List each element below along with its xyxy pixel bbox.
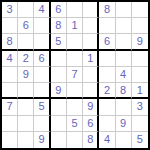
cell-r4c5[interactable] (67, 51, 83, 67)
cell-r6c9[interactable]: 1 (132, 83, 148, 99)
cell-r7c7[interactable] (99, 99, 115, 115)
given-digit: 9 (38, 134, 44, 145)
cell-r2c8[interactable] (116, 18, 132, 34)
given-digit: 6 (104, 36, 110, 47)
cell-r5c6[interactable] (83, 67, 99, 83)
cell-r8c6[interactable]: 6 (83, 116, 99, 132)
cell-r5c2[interactable]: 9 (18, 67, 34, 83)
cell-r8c7[interactable] (99, 116, 115, 132)
given-digit: 3 (7, 4, 13, 15)
given-digit: 3 (137, 101, 143, 112)
cell-r3c1[interactable]: 8 (2, 34, 18, 50)
cell-r8c2[interactable] (18, 116, 34, 132)
cell-r2c1[interactable] (2, 18, 18, 34)
given-digit: 6 (23, 20, 29, 31)
cell-r9c9[interactable]: 5 (132, 132, 148, 148)
cell-r6c5[interactable] (67, 83, 83, 99)
cell-r5c1[interactable] (2, 67, 18, 83)
cell-r6c7[interactable]: 2 (99, 83, 115, 99)
cell-r1c5[interactable] (67, 2, 83, 18)
given-digit: 8 (87, 134, 93, 145)
given-digit: 5 (55, 36, 61, 47)
given-digit: 8 (7, 36, 13, 47)
cell-r8c8[interactable]: 9 (116, 116, 132, 132)
cell-r4c2[interactable]: 2 (18, 51, 34, 67)
given-digit: 5 (137, 134, 143, 145)
cell-r2c9[interactable] (132, 18, 148, 34)
given-digit: 9 (87, 101, 93, 112)
cell-r7c2[interactable] (18, 99, 34, 115)
cell-r3c5[interactable] (67, 34, 83, 50)
given-digit: 9 (23, 69, 29, 80)
cell-r3c9[interactable]: 9 (132, 34, 148, 50)
given-digit: 9 (55, 85, 61, 96)
cell-r5c3[interactable] (34, 67, 50, 83)
given-digit: 2 (104, 85, 110, 96)
given-digit: 4 (104, 134, 110, 145)
given-digit: 6 (87, 118, 93, 129)
given-digit: 1 (137, 85, 143, 96)
cell-r3c2[interactable] (18, 34, 34, 50)
given-digit: 9 (120, 118, 126, 129)
cell-r9c8[interactable] (116, 132, 132, 148)
given-digit: 4 (7, 53, 13, 64)
cell-r6c4[interactable]: 9 (51, 83, 67, 99)
sudoku-board: 346868185694261974928175935699845 (0, 0, 150, 150)
cell-r4c1[interactable]: 4 (2, 51, 18, 67)
cell-r8c9[interactable] (132, 116, 148, 132)
cell-r6c6[interactable] (83, 83, 99, 99)
cell-r4c4[interactable] (51, 51, 67, 67)
given-digit: 9 (137, 36, 143, 47)
cell-r5c7[interactable] (99, 67, 115, 83)
cell-r2c3[interactable] (34, 18, 50, 34)
cell-r9c2[interactable] (18, 132, 34, 148)
cell-r1c6[interactable] (83, 2, 99, 18)
given-digit: 4 (38, 4, 44, 15)
cell-r6c1[interactable] (2, 83, 18, 99)
cell-r7c4[interactable] (51, 99, 67, 115)
cell-r7c6[interactable]: 9 (83, 99, 99, 115)
cell-r4c8[interactable] (116, 51, 132, 67)
cell-r6c3[interactable] (34, 83, 50, 99)
cell-r6c8[interactable]: 8 (116, 83, 132, 99)
cell-r7c5[interactable] (67, 99, 83, 115)
given-digit: 7 (71, 69, 77, 80)
given-digit: 1 (87, 53, 93, 64)
given-digit: 4 (120, 69, 126, 80)
cell-r1c9[interactable] (132, 2, 148, 18)
cell-r2c6[interactable] (83, 18, 99, 34)
cell-r7c9[interactable]: 3 (132, 99, 148, 115)
cell-r8c3[interactable] (34, 116, 50, 132)
cell-r8c5[interactable]: 5 (67, 116, 83, 132)
cell-r3c8[interactable] (116, 34, 132, 50)
cell-r8c4[interactable] (51, 116, 67, 132)
cell-r3c7[interactable]: 6 (99, 34, 115, 50)
cell-r7c1[interactable]: 7 (2, 99, 18, 115)
given-digit: 8 (120, 85, 126, 96)
cell-r1c8[interactable] (116, 2, 132, 18)
cell-r1c4[interactable]: 6 (51, 2, 67, 18)
given-digit: 2 (23, 53, 29, 64)
cell-r9c6[interactable]: 8 (83, 132, 99, 148)
cell-r7c8[interactable] (116, 99, 132, 115)
cell-r3c3[interactable] (34, 34, 50, 50)
given-digit: 6 (55, 4, 61, 15)
cell-r2c7[interactable] (99, 18, 115, 34)
given-digit: 8 (55, 20, 61, 31)
cell-r4c3[interactable]: 6 (34, 51, 50, 67)
cell-r9c3[interactable]: 9 (34, 132, 50, 148)
given-digit: 5 (71, 118, 77, 129)
cell-r4c9[interactable] (132, 51, 148, 67)
given-digit: 5 (38, 101, 44, 112)
cell-r9c1[interactable] (2, 132, 18, 148)
cell-r7c3[interactable]: 5 (34, 99, 50, 115)
cell-r6c2[interactable] (18, 83, 34, 99)
given-digit: 8 (104, 4, 110, 15)
cell-r5c5[interactable]: 7 (67, 67, 83, 83)
cell-r8c1[interactable] (2, 116, 18, 132)
cell-r2c5[interactable]: 1 (67, 18, 83, 34)
cell-r1c3[interactable]: 4 (34, 2, 50, 18)
cell-r5c4[interactable] (51, 67, 67, 83)
cell-r1c2[interactable] (18, 2, 34, 18)
given-digit: 6 (38, 53, 44, 64)
cell-r3c6[interactable] (83, 34, 99, 50)
cell-r9c5[interactable] (67, 132, 83, 148)
cell-r5c9[interactable] (132, 67, 148, 83)
cell-r1c1[interactable]: 3 (2, 2, 18, 18)
given-digit: 1 (71, 20, 77, 31)
cell-r4c6[interactable]: 1 (83, 51, 99, 67)
cell-r2c2[interactable]: 6 (18, 18, 34, 34)
given-digit: 7 (7, 101, 13, 112)
cell-r9c7[interactable]: 4 (99, 132, 115, 148)
cell-r4c7[interactable] (99, 51, 115, 67)
cell-r1c7[interactable]: 8 (99, 2, 115, 18)
cell-r9c4[interactable] (51, 132, 67, 148)
cell-r2c4[interactable]: 8 (51, 18, 67, 34)
cell-r3c4[interactable]: 5 (51, 34, 67, 50)
cell-r5c8[interactable]: 4 (116, 67, 132, 83)
